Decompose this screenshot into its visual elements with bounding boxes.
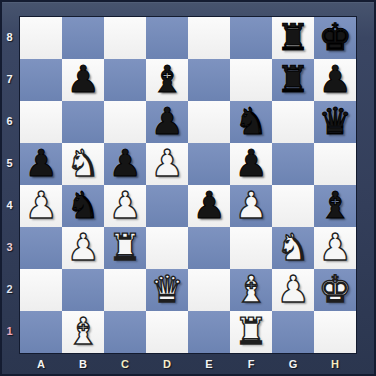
square-g8[interactable]: ♜: [272, 17, 314, 59]
square-f7[interactable]: [230, 59, 272, 101]
rank-label-8: 8: [0, 16, 19, 58]
black-queen-h6[interactable]: ♛: [314, 101, 356, 143]
square-g7[interactable]: ♜: [272, 59, 314, 101]
square-c6[interactable]: [104, 101, 146, 143]
square-e7[interactable]: [188, 59, 230, 101]
black-rook-g8[interactable]: ♜: [272, 17, 314, 59]
square-e2[interactable]: [188, 269, 230, 311]
black-knight-f6[interactable]: ♞: [230, 101, 272, 143]
square-g1[interactable]: [272, 311, 314, 353]
file-label-a: A: [20, 355, 62, 373]
chess-board-frame: ♜♚♟♝♜♟♟♞♛♟♞♟♟♟♟♞♟♟♟♝♟♜♞♟♛♝♟♚♝♜ 87654321 …: [0, 0, 376, 376]
square-h5[interactable]: [314, 143, 356, 185]
square-b1[interactable]: ♝: [62, 311, 104, 353]
square-d1[interactable]: [146, 311, 188, 353]
square-a4[interactable]: ♟: [20, 185, 62, 227]
white-rook-f1[interactable]: ♜: [230, 311, 272, 353]
square-d8[interactable]: [146, 17, 188, 59]
square-c1[interactable]: [104, 311, 146, 353]
square-h6[interactable]: ♛: [314, 101, 356, 143]
square-a2[interactable]: [20, 269, 62, 311]
square-f6[interactable]: ♞: [230, 101, 272, 143]
square-a1[interactable]: [20, 311, 62, 353]
rank-label-6: 6: [0, 100, 19, 142]
square-f4[interactable]: ♟: [230, 185, 272, 227]
square-b6[interactable]: [62, 101, 104, 143]
white-pawn-d5[interactable]: ♟: [146, 143, 188, 185]
square-d2[interactable]: ♛: [146, 269, 188, 311]
rank-label-7: 7: [0, 58, 19, 100]
square-h7[interactable]: ♟: [314, 59, 356, 101]
square-h8[interactable]: ♚: [314, 17, 356, 59]
square-h3[interactable]: ♟: [314, 227, 356, 269]
square-e6[interactable]: [188, 101, 230, 143]
square-e4[interactable]: ♟: [188, 185, 230, 227]
white-bishop-f2[interactable]: ♝: [230, 269, 272, 311]
black-pawn-b7[interactable]: ♟: [62, 59, 104, 101]
white-pawn-b3[interactable]: ♟: [62, 227, 104, 269]
square-g4[interactable]: [272, 185, 314, 227]
square-b7[interactable]: ♟: [62, 59, 104, 101]
square-b8[interactable]: [62, 17, 104, 59]
square-h1[interactable]: [314, 311, 356, 353]
file-label-h: H: [314, 355, 356, 373]
black-pawn-h7[interactable]: ♟: [314, 59, 356, 101]
square-d7[interactable]: ♝: [146, 59, 188, 101]
rank-label-4: 4: [0, 184, 19, 226]
square-f5[interactable]: ♟: [230, 143, 272, 185]
white-pawn-h3[interactable]: ♟: [314, 227, 356, 269]
black-pawn-a5[interactable]: ♟: [20, 143, 62, 185]
file-label-f: F: [230, 355, 272, 373]
white-pawn-g2[interactable]: ♟: [272, 269, 314, 311]
square-f8[interactable]: [230, 17, 272, 59]
square-e1[interactable]: [188, 311, 230, 353]
file-label-g: G: [272, 355, 314, 373]
square-a7[interactable]: [20, 59, 62, 101]
file-label-c: C: [104, 355, 146, 373]
square-c4[interactable]: ♟: [104, 185, 146, 227]
file-label-b: B: [62, 355, 104, 373]
square-e8[interactable]: [188, 17, 230, 59]
file-label-e: E: [188, 355, 230, 373]
square-g2[interactable]: ♟: [272, 269, 314, 311]
black-pawn-c5[interactable]: ♟: [104, 143, 146, 185]
white-pawn-c4[interactable]: ♟: [104, 185, 146, 227]
square-c5[interactable]: ♟: [104, 143, 146, 185]
square-f1[interactable]: ♜: [230, 311, 272, 353]
square-h2[interactable]: ♚: [314, 269, 356, 311]
square-a3[interactable]: [20, 227, 62, 269]
square-d5[interactable]: ♟: [146, 143, 188, 185]
file-label-d: D: [146, 355, 188, 373]
black-rook-g7[interactable]: ♜: [272, 59, 314, 101]
white-king-h2[interactable]: ♚: [314, 269, 356, 311]
square-a6[interactable]: [20, 101, 62, 143]
square-g6[interactable]: [272, 101, 314, 143]
white-rook-c3[interactable]: ♜: [104, 227, 146, 269]
square-c8[interactable]: [104, 17, 146, 59]
square-c7[interactable]: [104, 59, 146, 101]
square-d6[interactable]: ♟: [146, 101, 188, 143]
black-bishop-d7[interactable]: ♝: [146, 59, 188, 101]
square-e3[interactable]: [188, 227, 230, 269]
white-knight-b5[interactable]: ♞: [62, 143, 104, 185]
square-g3[interactable]: ♞: [272, 227, 314, 269]
square-b3[interactable]: ♟: [62, 227, 104, 269]
square-g5[interactable]: [272, 143, 314, 185]
white-knight-g3[interactable]: ♞: [272, 227, 314, 269]
square-b4[interactable]: ♞: [62, 185, 104, 227]
rank-label-3: 3: [0, 226, 19, 268]
rank-label-5: 5: [0, 142, 19, 184]
black-pawn-f5[interactable]: ♟: [230, 143, 272, 185]
white-bishop-b1[interactable]: ♝: [62, 311, 104, 353]
square-d3[interactable]: [146, 227, 188, 269]
black-pawn-d6[interactable]: ♟: [146, 101, 188, 143]
square-h4[interactable]: ♝: [314, 185, 356, 227]
square-a8[interactable]: [20, 17, 62, 59]
square-c2[interactable]: [104, 269, 146, 311]
chess-board: ♜♚♟♝♜♟♟♞♛♟♞♟♟♟♟♞♟♟♟♝♟♜♞♟♛♝♟♚♝♜: [19, 16, 357, 354]
black-pawn-e4[interactable]: ♟: [188, 185, 230, 227]
square-e5[interactable]: [188, 143, 230, 185]
white-pawn-a4[interactable]: ♟: [20, 185, 62, 227]
black-bishop-h4[interactable]: ♝: [314, 185, 356, 227]
black-king-h8[interactable]: ♚: [314, 17, 356, 59]
rank-label-2: 2: [0, 268, 19, 310]
square-f3[interactable]: [230, 227, 272, 269]
square-a5[interactable]: ♟: [20, 143, 62, 185]
rank-label-1: 1: [0, 310, 19, 352]
white-queen-d2[interactable]: ♛: [146, 269, 188, 311]
black-knight-b4[interactable]: ♞: [62, 185, 104, 227]
square-d4[interactable]: [146, 185, 188, 227]
square-b2[interactable]: [62, 269, 104, 311]
square-f2[interactable]: ♝: [230, 269, 272, 311]
square-b5[interactable]: ♞: [62, 143, 104, 185]
white-pawn-f4[interactable]: ♟: [230, 185, 272, 227]
square-c3[interactable]: ♜: [104, 227, 146, 269]
